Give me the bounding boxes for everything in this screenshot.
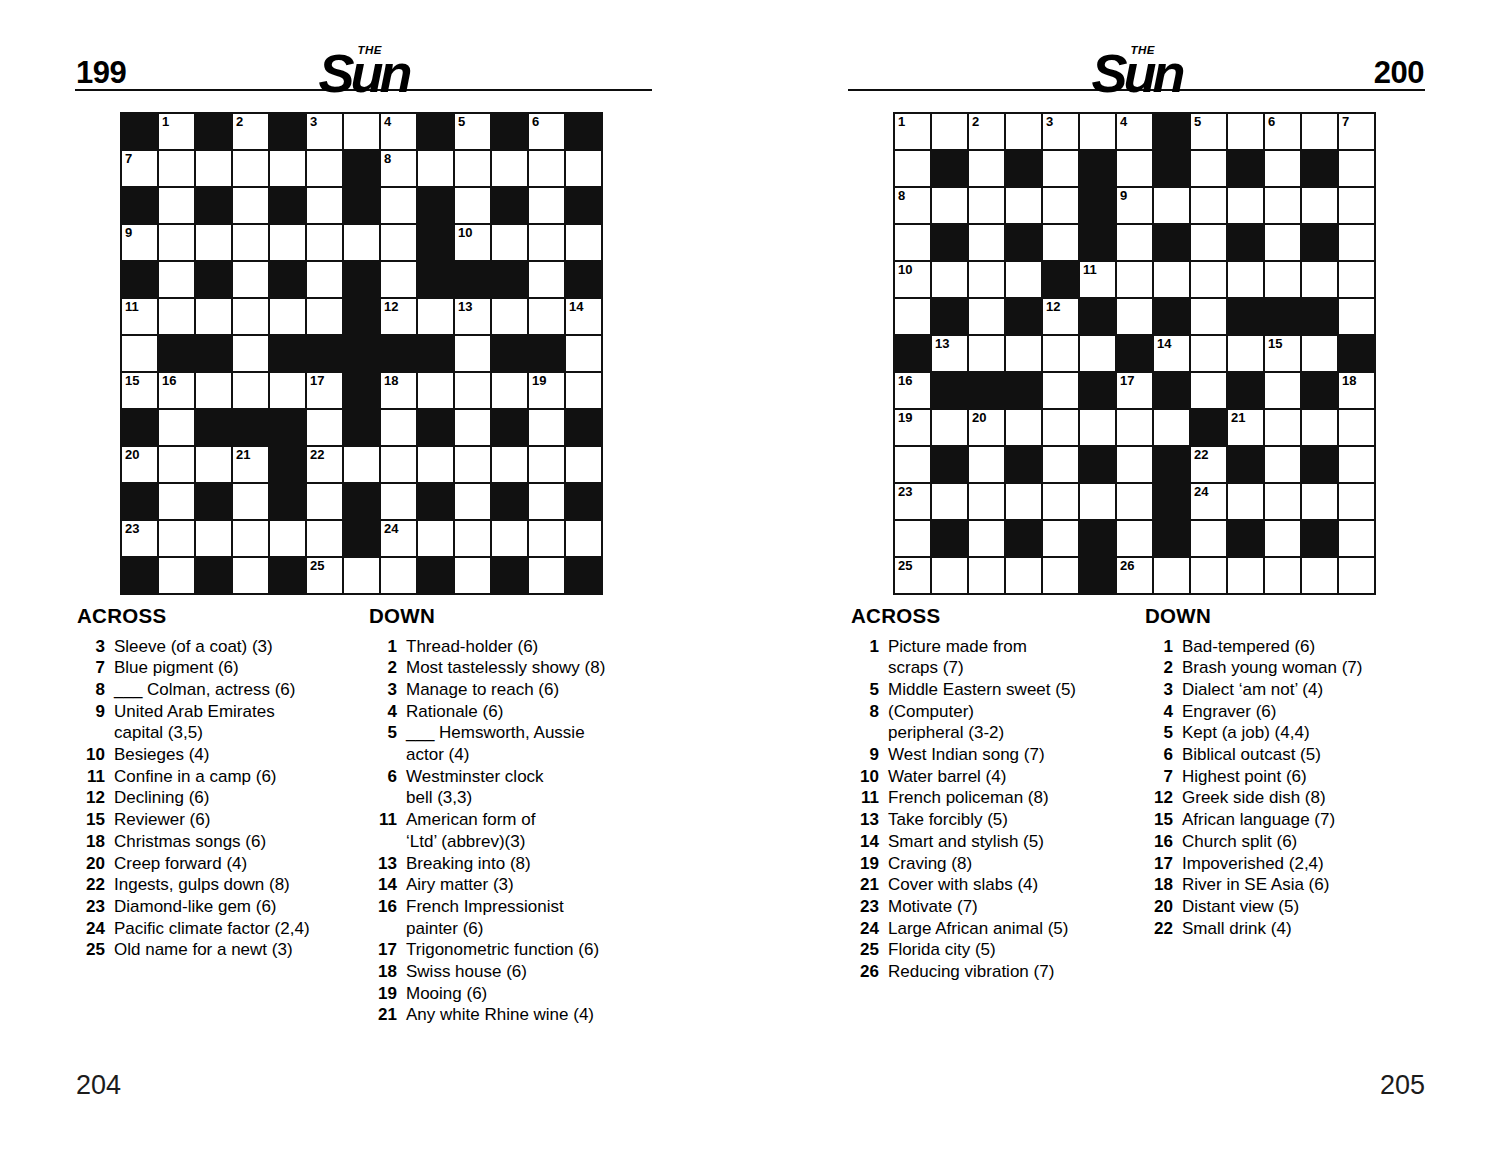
cell-r11c1[interactable]: 23 [895, 484, 930, 519]
cell-r12c6 [1080, 521, 1115, 556]
cell-r10c7[interactable] [344, 447, 379, 482]
cell-r13c13 [566, 558, 601, 593]
cell-r12c3[interactable] [196, 521, 231, 556]
cell-r12c3[interactable] [969, 521, 1004, 556]
cell-r2c6[interactable] [307, 151, 342, 186]
cell-r11c4[interactable] [1006, 484, 1041, 519]
cell-r13c7[interactable] [344, 558, 379, 593]
cell-r8c10[interactable] [455, 373, 490, 408]
cell-r2c12[interactable] [529, 151, 564, 186]
cell-r3c12[interactable] [1302, 188, 1337, 223]
cell-r4c10[interactable]: 10 [455, 225, 490, 260]
cell-r3c10[interactable] [1228, 188, 1263, 223]
cell-r13c10[interactable] [455, 558, 490, 593]
cell-r11c6[interactable] [307, 484, 342, 519]
cell-r11c12[interactable] [529, 484, 564, 519]
clue-across-14: 14Smart and stylish (5) [851, 831, 1076, 853]
clue-across-18: 18Christmas songs (6) [77, 831, 310, 853]
cell-r9c3[interactable]: 20 [969, 410, 1004, 445]
cell-r6c2[interactable] [159, 299, 194, 334]
cell-r6c13[interactable]: 14 [566, 299, 601, 334]
cell-r5c4[interactable] [233, 262, 268, 297]
cell-r4c7[interactable] [1117, 225, 1152, 260]
clue-start-number: 13 [458, 300, 472, 314]
cell-r8c1[interactable]: 16 [895, 373, 930, 408]
cell-r8c8[interactable]: 18 [381, 373, 416, 408]
cell-r6c3[interactable] [196, 299, 231, 334]
cell-r9c4[interactable] [1006, 410, 1041, 445]
clue-number: 14 [369, 874, 397, 896]
cell-r8c13[interactable]: 18 [1339, 373, 1374, 408]
cell-r3c4[interactable] [233, 188, 268, 223]
cell-r6c10[interactable]: 13 [455, 299, 490, 334]
cell-r6c3[interactable] [969, 299, 1004, 334]
cell-r1c9[interactable]: 5 [1191, 114, 1226, 149]
cell-r3c1 [122, 188, 157, 223]
cell-r2c10[interactable] [455, 151, 490, 186]
cell-r9c8[interactable] [1154, 410, 1189, 445]
cell-r10c1[interactable]: 20 [122, 447, 157, 482]
cell-r6c8[interactable]: 12 [381, 299, 416, 334]
cell-r7c5[interactable] [1043, 336, 1078, 371]
cell-r7c9[interactable] [1191, 336, 1226, 371]
cell-r2c5[interactable] [1043, 151, 1078, 186]
cell-r13c8[interactable] [381, 558, 416, 593]
cell-r5c6[interactable]: 11 [1080, 262, 1115, 297]
clue-text: West Indian song (7) [888, 744, 1045, 766]
cell-r2c3[interactable] [196, 151, 231, 186]
cell-r6c13[interactable] [1339, 299, 1374, 334]
cell-r2c11[interactable] [492, 151, 527, 186]
cell-r3c1[interactable]: 8 [895, 188, 930, 223]
cell-r3c8[interactable] [1154, 188, 1189, 223]
cell-r3c12[interactable] [529, 188, 564, 223]
cell-r2c9[interactable] [1191, 151, 1226, 186]
cell-r12c1[interactable] [895, 521, 930, 556]
cell-r1c12[interactable]: 6 [529, 114, 564, 149]
cell-r10c7[interactable] [1117, 447, 1152, 482]
cell-r4c3[interactable] [969, 225, 1004, 260]
cell-r12c5[interactable] [270, 521, 305, 556]
cell-r4c12[interactable] [529, 225, 564, 260]
cell-r3c6 [1080, 188, 1115, 223]
clue-start-number: 9 [125, 226, 132, 240]
cell-r9c1 [122, 410, 157, 445]
clue-text: (Computer) peripheral (3-2) [888, 701, 1004, 744]
cell-r1c1[interactable]: 1 [895, 114, 930, 149]
cell-r5c3[interactable] [969, 262, 1004, 297]
cell-r2c2 [932, 151, 967, 186]
cell-r12c9[interactable] [418, 521, 453, 556]
cell-r13c4[interactable] [1006, 558, 1041, 593]
cell-r13c8[interactable] [1154, 558, 1189, 593]
cell-r4c1[interactable]: 9 [122, 225, 157, 260]
cell-r8c13[interactable] [566, 373, 601, 408]
cell-r13c11[interactable] [1265, 558, 1300, 593]
cell-r2c6 [1080, 151, 1115, 186]
cell-r10c11[interactable] [1265, 447, 1300, 482]
clue-text: Reducing vibration (7) [888, 961, 1054, 983]
cell-r7c6[interactable] [1080, 336, 1115, 371]
cell-r2c13[interactable] [566, 151, 601, 186]
cell-r11c11[interactable] [1265, 484, 1300, 519]
cell-r12c11[interactable] [1265, 521, 1300, 556]
cell-r6c1[interactable]: 11 [122, 299, 157, 334]
cell-r10c9[interactable]: 22 [1191, 447, 1226, 482]
cell-r1c10[interactable] [1228, 114, 1263, 149]
cell-r8c5[interactable] [1043, 373, 1078, 408]
clue-number: 1 [851, 636, 879, 679]
clue-number: 18 [77, 831, 105, 853]
cell-r4c13[interactable] [1339, 225, 1374, 260]
cell-r8c3[interactable] [196, 373, 231, 408]
cell-r11c9[interactable]: 24 [1191, 484, 1226, 519]
cell-r10c2[interactable] [159, 447, 194, 482]
cell-r3c4[interactable] [1006, 188, 1041, 223]
cell-r1c7[interactable]: 4 [1117, 114, 1152, 149]
cell-r7c1 [895, 336, 930, 371]
cell-r2c13[interactable] [1339, 151, 1374, 186]
cell-r3c7[interactable]: 9 [1117, 188, 1152, 223]
cell-r1c6[interactable] [1080, 114, 1115, 149]
cell-r10c10[interactable] [455, 447, 490, 482]
cell-r3c3 [196, 188, 231, 223]
cell-r10c3[interactable] [969, 447, 1004, 482]
cell-r13c6[interactable]: 25 [307, 558, 342, 593]
cell-r5c2[interactable] [932, 262, 967, 297]
cell-r7c8[interactable]: 14 [1154, 336, 1189, 371]
cell-r2c3[interactable] [969, 151, 1004, 186]
cell-r9c2[interactable] [932, 410, 967, 445]
cell-r13c13[interactable] [1339, 558, 1374, 593]
cell-r1c11[interactable]: 6 [1265, 114, 1300, 149]
cell-r9c12[interactable] [529, 410, 564, 445]
cell-r4c12 [1302, 225, 1337, 260]
cell-r11c1 [122, 484, 157, 519]
cell-r13c1[interactable]: 25 [895, 558, 930, 593]
cell-r12c1[interactable]: 23 [122, 521, 157, 556]
cell-r5c6[interactable] [307, 262, 342, 297]
clue-text: Distant view (5) [1182, 896, 1299, 918]
cell-r4c9[interactable] [1191, 225, 1226, 260]
cell-r7c2[interactable]: 13 [932, 336, 967, 371]
cell-r12c4[interactable] [233, 521, 268, 556]
cell-r1c13[interactable]: 7 [1339, 114, 1374, 149]
cell-r6c11 [1265, 299, 1300, 334]
cell-r11c13[interactable] [1339, 484, 1374, 519]
clue-number: 2 [1145, 657, 1173, 679]
cell-r1c8[interactable]: 4 [381, 114, 416, 149]
cell-r4c6[interactable] [307, 225, 342, 260]
cell-r7c3[interactable] [969, 336, 1004, 371]
cell-r8c4[interactable] [233, 373, 268, 408]
cell-r4c13[interactable] [566, 225, 601, 260]
cell-r5c8[interactable] [381, 262, 416, 297]
cell-r7c4[interactable] [1006, 336, 1041, 371]
cell-r10c1[interactable] [895, 447, 930, 482]
cell-r4c2[interactable] [159, 225, 194, 260]
cell-r4c9 [418, 225, 453, 260]
cell-r1c12[interactable] [1302, 114, 1337, 149]
cell-r3c11[interactable] [1265, 188, 1300, 223]
cell-r5c13[interactable] [1339, 262, 1374, 297]
cell-r5c12[interactable] [1302, 262, 1337, 297]
cell-r6c11[interactable] [492, 299, 527, 334]
cell-r6c9[interactable] [1191, 299, 1226, 334]
clue-down-13: 13Breaking into (8) [369, 853, 605, 875]
clue-number: 11 [369, 809, 397, 852]
clue-text: Highest point (6) [1182, 766, 1307, 788]
cell-r10c11[interactable] [492, 447, 527, 482]
clue-across-20: 20Creep forward (4) [77, 853, 310, 875]
cell-r7c12[interactable] [1302, 336, 1337, 371]
cell-r1c2[interactable] [932, 114, 967, 149]
cell-r4c11[interactable] [1265, 225, 1300, 260]
cell-r13c2[interactable] [932, 558, 967, 593]
cell-r8c9[interactable] [418, 373, 453, 408]
cell-r8c11[interactable] [492, 373, 527, 408]
cell-r11c6[interactable] [1080, 484, 1115, 519]
cell-r1c3[interactable]: 2 [969, 114, 1004, 149]
cell-r8c9[interactable] [1191, 373, 1226, 408]
clue-start-number: 7 [125, 152, 132, 166]
cell-r10c6[interactable]: 22 [307, 447, 342, 482]
cell-r13c2[interactable] [159, 558, 194, 593]
cell-r9c6[interactable] [307, 410, 342, 445]
cell-r1c4[interactable] [1006, 114, 1041, 149]
cell-r5c11[interactable] [1265, 262, 1300, 297]
cell-r11c11 [492, 484, 527, 519]
cell-r2c8[interactable]: 8 [381, 151, 416, 186]
cell-r5c8[interactable] [1154, 262, 1189, 297]
cell-r8c1[interactable]: 15 [122, 373, 157, 408]
cell-r3c10[interactable] [455, 188, 490, 223]
cell-r13c3[interactable] [969, 558, 1004, 593]
cell-r3c2[interactable] [932, 188, 967, 223]
cell-r9c10[interactable]: 21 [1228, 410, 1263, 445]
clue-text: Cover with slabs (4) [888, 874, 1038, 896]
cell-r7c10[interactable] [1228, 336, 1263, 371]
cell-r12c9[interactable] [1191, 521, 1226, 556]
cell-r4c8[interactable] [381, 225, 416, 260]
cell-r5c5 [270, 262, 305, 297]
cell-r8c7[interactable]: 17 [1117, 373, 1152, 408]
cell-r8c6[interactable]: 17 [307, 373, 342, 408]
cell-r3c8[interactable] [381, 188, 416, 223]
cell-r10c5 [270, 447, 305, 482]
cell-r9c13[interactable] [1339, 410, 1374, 445]
cell-r7c13[interactable] [566, 336, 601, 371]
cell-r12c11[interactable] [492, 521, 527, 556]
cell-r6c10 [1228, 299, 1263, 334]
cell-r12c8[interactable]: 24 [381, 521, 416, 556]
cell-r5c4[interactable] [1006, 262, 1041, 297]
cell-r11c8[interactable] [381, 484, 416, 519]
cell-r12c12[interactable] [529, 521, 564, 556]
clue-start-number: 22 [310, 448, 324, 462]
cell-r11c7[interactable] [1117, 484, 1152, 519]
cell-r6c4[interactable] [233, 299, 268, 334]
cell-r3c6[interactable] [307, 188, 342, 223]
cell-r2c11[interactable] [1265, 151, 1300, 186]
cell-r7c1[interactable] [122, 336, 157, 371]
clue-across-8: 8(Computer) peripheral (3-2) [851, 701, 1076, 744]
cell-r7c11[interactable]: 15 [1265, 336, 1300, 371]
cell-r10c8[interactable] [381, 447, 416, 482]
cell-r8c2[interactable]: 16 [159, 373, 194, 408]
cell-r7c9 [418, 336, 453, 371]
cell-r11c3[interactable] [969, 484, 1004, 519]
cell-r3c13[interactable] [1339, 188, 1374, 223]
clue-down-18: 18River in SE Asia (6) [1145, 874, 1362, 896]
cell-r9c11[interactable] [1265, 410, 1300, 445]
cell-r9c6[interactable] [1080, 410, 1115, 445]
cell-r1c6[interactable]: 3 [307, 114, 342, 149]
cell-r1c10[interactable]: 5 [455, 114, 490, 149]
clue-text: Motivate (7) [888, 896, 978, 918]
cell-r13c10[interactable] [1228, 558, 1263, 593]
cell-r10c12[interactable] [529, 447, 564, 482]
clue-text: Breaking into (8) [406, 853, 531, 875]
cell-r8c10 [1228, 373, 1263, 408]
cell-r12c6[interactable] [307, 521, 342, 556]
cell-r3c3[interactable] [969, 188, 1004, 223]
cell-r1c2[interactable]: 1 [159, 114, 194, 149]
cell-r13c12[interactable] [529, 558, 564, 593]
cell-r5c9[interactable] [1191, 262, 1226, 297]
cell-r5c12[interactable] [529, 262, 564, 297]
cell-r4c11[interactable] [492, 225, 527, 260]
cell-r6c8 [1154, 299, 1189, 334]
cell-r7c4[interactable] [233, 336, 268, 371]
clue-start-number: 16 [898, 374, 912, 388]
clue-number: 20 [77, 853, 105, 875]
clue-down-6: 6Westminster clock bell (3,3) [369, 766, 605, 809]
cell-r2c2[interactable] [159, 151, 194, 186]
cell-r12c7[interactable] [1117, 521, 1152, 556]
cell-r6c12[interactable] [529, 299, 564, 334]
cell-r11c2[interactable] [932, 484, 967, 519]
cell-r1c5[interactable]: 3 [1043, 114, 1078, 149]
cell-r2c7[interactable] [1117, 151, 1152, 186]
cell-r12c5[interactable] [1043, 521, 1078, 556]
cell-r2c9[interactable] [418, 151, 453, 186]
cell-r11c5[interactable] [1043, 484, 1078, 519]
clue-start-number: 19 [898, 411, 912, 425]
cell-r11c4[interactable] [233, 484, 268, 519]
cell-r4c7[interactable] [344, 225, 379, 260]
cell-r4c1[interactable] [895, 225, 930, 260]
cell-r5c2[interactable] [159, 262, 194, 297]
cell-r10c13[interactable] [566, 447, 601, 482]
clue-text: Picture made from scraps (7) [888, 636, 1027, 679]
cell-r4c5[interactable] [1043, 225, 1078, 260]
cell-r9c13 [566, 410, 601, 445]
cell-r12c10[interactable] [455, 521, 490, 556]
cell-r13c12[interactable] [1302, 558, 1337, 593]
cell-r2c1[interactable] [895, 151, 930, 186]
cell-r1c4[interactable]: 2 [233, 114, 268, 149]
clue-number: 26 [851, 961, 879, 983]
cell-r13c7[interactable]: 26 [1117, 558, 1152, 593]
clue-number: 4 [369, 701, 397, 723]
cell-r7c10[interactable] [455, 336, 490, 371]
cell-r2c4[interactable] [233, 151, 268, 186]
cell-r10c8 [1154, 447, 1189, 482]
cell-r2c5[interactable] [270, 151, 305, 186]
cell-r10c3[interactable] [196, 447, 231, 482]
clue-start-number: 12 [384, 300, 398, 314]
cell-r4c5[interactable] [270, 225, 305, 260]
cell-r11c2[interactable] [159, 484, 194, 519]
cell-r3c9[interactable] [1191, 188, 1226, 223]
cell-r4c3[interactable] [196, 225, 231, 260]
cell-r12c13[interactable] [1339, 521, 1374, 556]
cell-r7c2 [159, 336, 194, 371]
cell-r9c10[interactable] [455, 410, 490, 445]
cell-r13c4[interactable] [233, 558, 268, 593]
cell-r6c7[interactable] [1117, 299, 1152, 334]
cell-r6c5[interactable]: 12 [1043, 299, 1078, 334]
cell-r1c7[interactable] [344, 114, 379, 149]
cell-r8c5[interactable] [270, 373, 305, 408]
cell-r10c4[interactable]: 21 [233, 447, 268, 482]
cell-r8c12[interactable]: 19 [529, 373, 564, 408]
clue-text: Swiss house (6) [406, 961, 527, 983]
cell-r7c12 [529, 336, 564, 371]
cell-r9c12[interactable] [1302, 410, 1337, 445]
clue-across-5: 5Middle Eastern sweet (5) [851, 679, 1076, 701]
clue-across-10: 10Besieges (4) [77, 744, 310, 766]
clue-number: 1 [1145, 636, 1173, 658]
cell-r9c1[interactable]: 19 [895, 410, 930, 445]
cell-r2c1[interactable]: 7 [122, 151, 157, 186]
cell-r4c4[interactable] [233, 225, 268, 260]
cell-r3c5[interactable] [1043, 188, 1078, 223]
cell-r12c13[interactable] [566, 521, 601, 556]
cell-r10c13[interactable] [1339, 447, 1374, 482]
clue-start-number: 1 [162, 115, 169, 129]
clue-list-down-199: 1Thread-holder (6)2Most tastelessly show… [369, 636, 605, 1027]
cell-r6c5[interactable] [270, 299, 305, 334]
cell-r6c6[interactable] [307, 299, 342, 334]
cell-r9c5[interactable] [1043, 410, 1078, 445]
clue-across-26: 26Reducing vibration (7) [851, 961, 1076, 983]
cell-r6c9[interactable] [418, 299, 453, 334]
clue-start-number: 3 [1046, 115, 1053, 129]
cell-r11c10[interactable] [455, 484, 490, 519]
cell-r6c1[interactable] [895, 299, 930, 334]
clue-start-number: 22 [1194, 448, 1208, 462]
cell-r12c2[interactable] [159, 521, 194, 556]
cell-r8c11[interactable] [1265, 373, 1300, 408]
cell-r5c10[interactable] [1228, 262, 1263, 297]
cell-r10c5[interactable] [1043, 447, 1078, 482]
cell-r13c9[interactable] [1191, 558, 1226, 593]
cell-r11c10[interactable] [1228, 484, 1263, 519]
cell-r9c7[interactable] [1117, 410, 1152, 445]
cell-r9c8[interactable] [381, 410, 416, 445]
cell-r3c13 [566, 188, 601, 223]
cell-r5c7[interactable] [1117, 262, 1152, 297]
cell-r5c1[interactable]: 10 [895, 262, 930, 297]
cell-r10c9[interactable] [418, 447, 453, 482]
cell-r11c12[interactable] [1302, 484, 1337, 519]
cell-r13c1 [122, 558, 157, 593]
cell-r3c2[interactable] [159, 188, 194, 223]
cell-r13c5[interactable] [1043, 558, 1078, 593]
cell-r9c2[interactable] [159, 410, 194, 445]
